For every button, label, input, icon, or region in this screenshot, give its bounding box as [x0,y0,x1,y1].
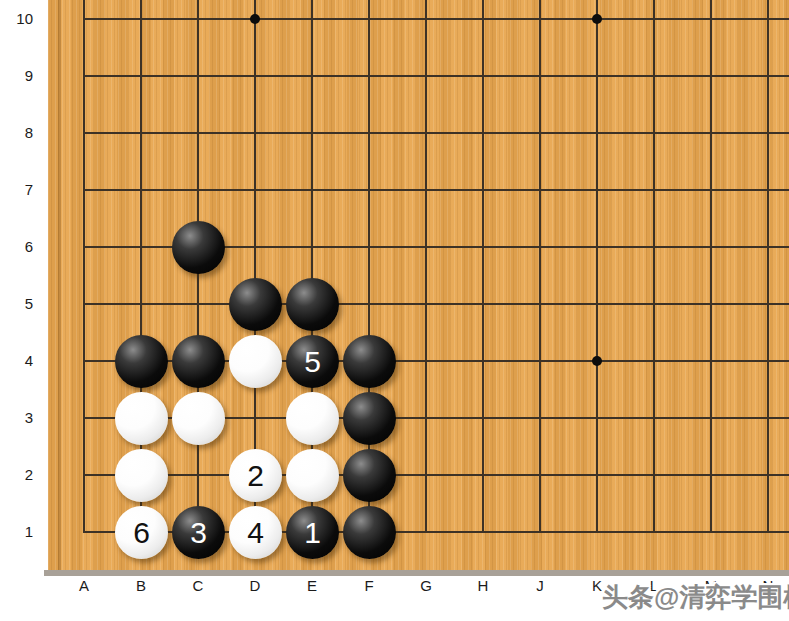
rank-label-2: 2 [0,466,33,484]
intersection-H6[interactable] [455,219,512,276]
stone-black-C4[interactable] [172,335,225,388]
move-number-6: 6 [133,518,150,548]
intersection-D10[interactable] [227,0,284,48]
intersection-J10[interactable] [512,0,569,48]
stone-black-C1[interactable]: 3 [172,506,225,559]
intersection-D6[interactable] [227,219,284,276]
intersection-A6[interactable] [56,219,113,276]
intersection-N1[interactable] [740,504,789,561]
intersection-C8[interactable] [170,105,227,162]
intersection-N2[interactable] [740,447,789,504]
rank-label-1: 1 [0,523,33,541]
intersection-G10[interactable] [398,0,455,48]
intersection-B3[interactable] [113,390,170,447]
intersection-L4[interactable] [626,333,683,390]
intersection-K5[interactable] [569,276,626,333]
intersection-A5[interactable] [56,276,113,333]
star-point-K4 [592,356,602,366]
intersection-C4[interactable] [170,333,227,390]
intersection-K2[interactable] [569,447,626,504]
intersection-H3[interactable] [455,390,512,447]
intersection-E6[interactable] [284,219,341,276]
stone-white-E3[interactable] [286,392,339,445]
intersection-L3[interactable] [626,390,683,447]
intersection-G9[interactable] [398,48,455,105]
move-number-1: 1 [304,518,321,548]
rank-label-5: 5 [0,295,33,313]
intersection-D1[interactable]: 4 [227,504,284,561]
move-number-4: 4 [247,518,264,548]
intersection-G7[interactable] [398,162,455,219]
file-label-G: G [412,577,440,595]
stone-black-F2[interactable] [343,449,396,502]
intersection-E7[interactable] [284,162,341,219]
intersection-A7[interactable] [56,162,113,219]
board-grid: 526341 [56,0,789,561]
intersection-E10[interactable] [284,0,341,48]
intersection-F6[interactable] [341,219,398,276]
intersection-B10[interactable] [113,0,170,48]
stone-black-F3[interactable] [343,392,396,445]
file-label-J: J [526,577,554,595]
intersection-D2[interactable]: 2 [227,447,284,504]
intersection-K6[interactable] [569,219,626,276]
intersection-L6[interactable] [626,219,683,276]
intersection-L5[interactable] [626,276,683,333]
intersection-M6[interactable] [683,219,740,276]
intersection-A3[interactable] [56,390,113,447]
rank-label-10: 10 [0,10,33,28]
stone-black-E5[interactable] [286,278,339,331]
move-number-2: 2 [247,461,264,491]
intersection-F8[interactable] [341,105,398,162]
intersection-N3[interactable] [740,390,789,447]
intersection-L1[interactable] [626,504,683,561]
file-label-C: C [184,577,212,595]
intersection-G1[interactable] [398,504,455,561]
intersection-F9[interactable] [341,48,398,105]
rank-label-9: 9 [0,67,33,85]
intersection-H10[interactable] [455,0,512,48]
stone-black-D5[interactable] [229,278,282,331]
intersection-G3[interactable] [398,390,455,447]
intersection-D7[interactable] [227,162,284,219]
intersection-J7[interactable] [512,162,569,219]
stone-white-B3[interactable] [115,392,168,445]
intersection-H8[interactable] [455,105,512,162]
intersection-A4[interactable] [56,333,113,390]
rank-label-8: 8 [0,124,33,142]
go-board: 526341 [48,0,789,570]
stone-black-B4[interactable] [115,335,168,388]
file-label-F: F [355,577,383,595]
intersection-M4[interactable] [683,333,740,390]
intersection-E5[interactable] [284,276,341,333]
intersection-N6[interactable] [740,219,789,276]
intersection-C9[interactable] [170,48,227,105]
intersection-F1[interactable] [341,504,398,561]
intersection-L7[interactable] [626,162,683,219]
intersection-C6[interactable] [170,219,227,276]
intersection-L10[interactable] [626,0,683,48]
rank-label-7: 7 [0,181,33,199]
intersection-H9[interactable] [455,48,512,105]
stone-black-F4[interactable] [343,335,396,388]
intersection-K10[interactable] [569,0,626,48]
intersection-N9[interactable] [740,48,789,105]
intersection-M2[interactable] [683,447,740,504]
intersection-A9[interactable] [56,48,113,105]
star-point-D10 [250,14,260,24]
stone-black-E1[interactable]: 1 [286,506,339,559]
intersection-J9[interactable] [512,48,569,105]
intersection-F2[interactable] [341,447,398,504]
intersection-E8[interactable] [284,105,341,162]
stone-white-E2[interactable] [286,449,339,502]
star-point-K10 [592,14,602,24]
file-label-H: H [469,577,497,595]
intersection-K1[interactable] [569,504,626,561]
intersection-B4[interactable] [113,333,170,390]
intersection-C10[interactable] [170,0,227,48]
intersection-C7[interactable] [170,162,227,219]
intersection-J3[interactable] [512,390,569,447]
intersection-M10[interactable] [683,0,740,48]
rank-label-6: 6 [0,238,33,256]
intersection-N10[interactable] [740,0,789,48]
intersection-H7[interactable] [455,162,512,219]
watermark-text: 头条@清弈学围棋 [602,580,789,615]
intersection-F10[interactable] [341,0,398,48]
intersection-B7[interactable] [113,162,170,219]
intersection-D5[interactable] [227,276,284,333]
intersection-J4[interactable] [512,333,569,390]
intersection-E1[interactable]: 1 [284,504,341,561]
intersection-H1[interactable] [455,504,512,561]
intersection-C5[interactable] [170,276,227,333]
intersection-M1[interactable] [683,504,740,561]
file-label-B: B [127,577,155,595]
intersection-F3[interactable] [341,390,398,447]
intersection-B8[interactable] [113,105,170,162]
intersection-K4[interactable] [569,333,626,390]
intersection-A2[interactable] [56,447,113,504]
intersection-M7[interactable] [683,162,740,219]
move-number-5: 5 [304,347,321,377]
stone-black-E4[interactable]: 5 [286,335,339,388]
intersection-E2[interactable] [284,447,341,504]
intersection-B9[interactable] [113,48,170,105]
rank-label-3: 3 [0,409,33,427]
intersection-B6[interactable] [113,219,170,276]
intersection-F4[interactable] [341,333,398,390]
intersection-M8[interactable] [683,105,740,162]
intersection-G5[interactable] [398,276,455,333]
intersection-G4[interactable] [398,333,455,390]
stone-white-D4[interactable] [229,335,282,388]
stone-white-C3[interactable] [172,392,225,445]
intersection-K9[interactable] [569,48,626,105]
intersection-D4[interactable] [227,333,284,390]
intersection-L8[interactable] [626,105,683,162]
intersection-E4[interactable]: 5 [284,333,341,390]
intersection-G8[interactable] [398,105,455,162]
intersection-G6[interactable] [398,219,455,276]
intersection-C3[interactable] [170,390,227,447]
file-label-D: D [241,577,269,595]
intersection-A8[interactable] [56,105,113,162]
intersection-C2[interactable] [170,447,227,504]
intersection-D3[interactable] [227,390,284,447]
intersection-N7[interactable] [740,162,789,219]
move-number-3: 3 [190,518,207,548]
intersection-K8[interactable] [569,105,626,162]
intersection-B2[interactable] [113,447,170,504]
intersection-F7[interactable] [341,162,398,219]
intersection-J2[interactable] [512,447,569,504]
intersection-A1[interactable] [56,504,113,561]
intersection-B1[interactable]: 6 [113,504,170,561]
stone-white-D1[interactable]: 4 [229,506,282,559]
file-label-E: E [298,577,326,595]
stone-black-C6[interactable] [172,221,225,274]
intersection-J8[interactable] [512,105,569,162]
intersection-N4[interactable] [740,333,789,390]
intersection-A10[interactable] [56,0,113,48]
intersection-B5[interactable] [113,276,170,333]
intersection-L9[interactable] [626,48,683,105]
stone-black-F1[interactable] [343,506,396,559]
intersection-M5[interactable] [683,276,740,333]
intersection-H5[interactable] [455,276,512,333]
intersection-G2[interactable] [398,447,455,504]
intersection-M9[interactable] [683,48,740,105]
rank-label-4: 4 [0,352,33,370]
intersection-C1[interactable]: 3 [170,504,227,561]
intersection-H2[interactable] [455,447,512,504]
intersection-F5[interactable] [341,276,398,333]
stone-white-D2[interactable]: 2 [229,449,282,502]
intersection-K3[interactable] [569,390,626,447]
board-bottom-shadow [44,570,789,576]
stone-white-B1[interactable]: 6 [115,506,168,559]
intersection-D8[interactable] [227,105,284,162]
intersection-J1[interactable] [512,504,569,561]
intersection-D9[interactable] [227,48,284,105]
intersection-N8[interactable] [740,105,789,162]
file-label-A: A [70,577,98,595]
intersection-J5[interactable] [512,276,569,333]
intersection-E3[interactable] [284,390,341,447]
intersection-J6[interactable] [512,219,569,276]
intersection-M3[interactable] [683,390,740,447]
go-diagram-screen: 526341 10987654321 ABCDEFGHJKLMN 头条@清弈学围… [0,0,789,621]
intersection-E9[interactable] [284,48,341,105]
intersection-K7[interactable] [569,162,626,219]
intersection-H4[interactable] [455,333,512,390]
intersection-L2[interactable] [626,447,683,504]
stone-white-B2[interactable] [115,449,168,502]
intersection-N5[interactable] [740,276,789,333]
